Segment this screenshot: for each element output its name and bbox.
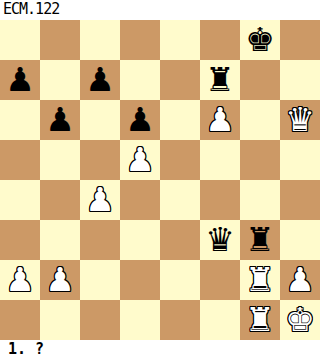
square-c7[interactable]: ♟ <box>80 60 120 100</box>
square-a3[interactable] <box>0 220 40 260</box>
square-g1[interactable]: ♜ <box>240 300 280 340</box>
square-e5[interactable] <box>160 140 200 180</box>
piece-white-queen: ♛ <box>285 100 315 140</box>
piece-white-pawn: ♟ <box>5 260 35 300</box>
piece-black-rook: ♜ <box>205 60 235 100</box>
piece-white-pawn: ♟ <box>125 140 155 180</box>
piece-white-king: ♚ <box>285 300 315 340</box>
square-g7[interactable] <box>240 60 280 100</box>
square-f1[interactable] <box>200 300 240 340</box>
square-d7[interactable] <box>120 60 160 100</box>
piece-white-pawn: ♟ <box>285 260 315 300</box>
square-g4[interactable] <box>240 180 280 220</box>
piece-black-pawn: ♟ <box>5 60 35 100</box>
square-e8[interactable] <box>160 20 200 60</box>
square-a4[interactable] <box>0 180 40 220</box>
square-h3[interactable] <box>280 220 320 260</box>
square-a1[interactable] <box>0 300 40 340</box>
square-b3[interactable] <box>40 220 80 260</box>
square-b8[interactable] <box>40 20 80 60</box>
square-h2[interactable]: ♟ <box>280 260 320 300</box>
square-g5[interactable] <box>240 140 280 180</box>
square-h4[interactable] <box>280 180 320 220</box>
square-g6[interactable] <box>240 100 280 140</box>
piece-white-pawn: ♟ <box>205 100 235 140</box>
square-a5[interactable] <box>0 140 40 180</box>
square-g3[interactable]: ♜ <box>240 220 280 260</box>
square-g2[interactable]: ♜ <box>240 260 280 300</box>
square-f5[interactable] <box>200 140 240 180</box>
piece-white-rook: ♜ <box>245 260 275 300</box>
piece-black-king: ♚ <box>245 20 275 60</box>
square-b4[interactable] <box>40 180 80 220</box>
square-c4[interactable]: ♟ <box>80 180 120 220</box>
square-c1[interactable] <box>80 300 120 340</box>
square-d4[interactable] <box>120 180 160 220</box>
square-d1[interactable] <box>120 300 160 340</box>
square-b7[interactable] <box>40 60 80 100</box>
square-f8[interactable] <box>200 20 240 60</box>
square-a7[interactable]: ♟ <box>0 60 40 100</box>
piece-black-queen: ♛ <box>205 220 235 260</box>
square-e4[interactable] <box>160 180 200 220</box>
square-e2[interactable] <box>160 260 200 300</box>
square-h7[interactable] <box>280 60 320 100</box>
square-c3[interactable] <box>80 220 120 260</box>
square-a8[interactable] <box>0 20 40 60</box>
square-h8[interactable] <box>280 20 320 60</box>
square-h1[interactable]: ♚ <box>280 300 320 340</box>
piece-white-pawn: ♟ <box>85 180 115 220</box>
square-b2[interactable]: ♟ <box>40 260 80 300</box>
chess-board: ♚♟♟♜♟♟♟♛♟♟♛♜♟♟♜♟♜♚ <box>0 20 320 340</box>
square-d6[interactable]: ♟ <box>120 100 160 140</box>
square-b6[interactable]: ♟ <box>40 100 80 140</box>
square-c6[interactable] <box>80 100 120 140</box>
square-e3[interactable] <box>160 220 200 260</box>
piece-black-pawn: ♟ <box>125 100 155 140</box>
piece-white-rook: ♜ <box>245 300 275 340</box>
diagram-title: ECM.122 <box>3 1 59 18</box>
square-f2[interactable] <box>200 260 240 300</box>
piece-black-rook: ♜ <box>245 220 275 260</box>
square-a2[interactable]: ♟ <box>0 260 40 300</box>
piece-black-pawn: ♟ <box>45 100 75 140</box>
square-d5[interactable]: ♟ <box>120 140 160 180</box>
square-g8[interactable]: ♚ <box>240 20 280 60</box>
square-f6[interactable]: ♟ <box>200 100 240 140</box>
square-a6[interactable] <box>0 100 40 140</box>
square-e1[interactable] <box>160 300 200 340</box>
square-b1[interactable] <box>40 300 80 340</box>
square-c5[interactable] <box>80 140 120 180</box>
square-e7[interactable] <box>160 60 200 100</box>
square-h5[interactable] <box>280 140 320 180</box>
square-f7[interactable]: ♜ <box>200 60 240 100</box>
square-d8[interactable] <box>120 20 160 60</box>
square-b5[interactable] <box>40 140 80 180</box>
piece-white-pawn: ♟ <box>45 260 75 300</box>
move-prompt: 1. ? <box>8 340 44 358</box>
square-f4[interactable] <box>200 180 240 220</box>
square-c2[interactable] <box>80 260 120 300</box>
square-d2[interactable] <box>120 260 160 300</box>
piece-black-pawn: ♟ <box>85 60 115 100</box>
square-c8[interactable] <box>80 20 120 60</box>
square-d3[interactable] <box>120 220 160 260</box>
square-f3[interactable]: ♛ <box>200 220 240 260</box>
square-e6[interactable] <box>160 100 200 140</box>
square-h6[interactable]: ♛ <box>280 100 320 140</box>
